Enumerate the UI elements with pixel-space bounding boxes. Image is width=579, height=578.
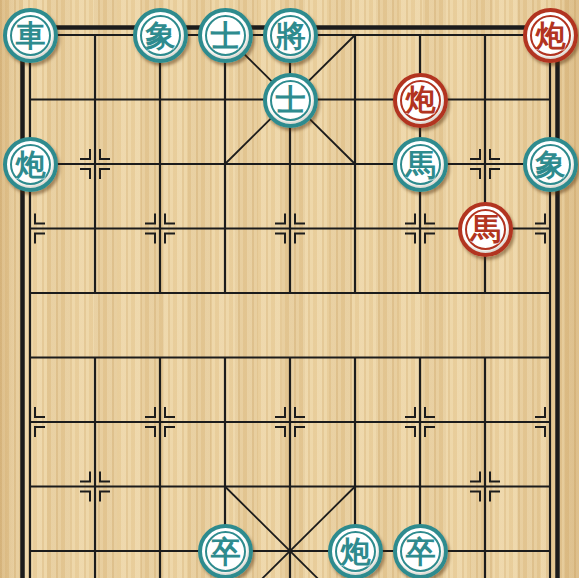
piece-red-horse[interactable]: 馬 <box>458 202 513 257</box>
point-marker <box>490 149 500 159</box>
point-marker <box>100 492 110 502</box>
piece-black-elephant[interactable]: 象 <box>523 137 578 192</box>
point-marker <box>80 492 90 502</box>
point-marker <box>275 214 285 224</box>
piece-black-advisor[interactable]: 士 <box>263 73 318 128</box>
point-marker <box>405 234 415 244</box>
point-marker <box>145 234 155 244</box>
point-marker <box>535 234 545 244</box>
point-marker <box>535 214 545 224</box>
piece-black-horse[interactable]: 馬 <box>393 137 448 192</box>
piece-black-chariot[interactable]: 車 <box>3 8 58 63</box>
piece-glyph: 士 <box>202 12 249 59</box>
piece-black-elephant[interactable]: 象 <box>133 8 188 63</box>
point-marker <box>425 234 435 244</box>
piece-glyph: 卒 <box>397 528 444 575</box>
piece-black-general[interactable]: 將 <box>263 8 318 63</box>
piece-black-cannon[interactable]: 炮 <box>3 137 58 192</box>
point-marker <box>425 214 435 224</box>
point-marker <box>535 427 545 437</box>
point-marker <box>470 149 480 159</box>
point-marker <box>80 472 90 482</box>
point-marker <box>535 407 545 417</box>
piece-red-cannon[interactable]: 炮 <box>523 8 578 63</box>
point-marker <box>490 169 500 179</box>
piece-glyph: 將 <box>267 12 314 59</box>
point-marker <box>165 407 175 417</box>
point-marker <box>100 149 110 159</box>
point-marker <box>470 492 480 502</box>
piece-black-soldier[interactable]: 卒 <box>393 524 448 578</box>
point-marker <box>470 169 480 179</box>
point-marker <box>275 234 285 244</box>
point-marker <box>275 427 285 437</box>
point-marker <box>145 214 155 224</box>
piece-glyph: 馬 <box>462 206 509 253</box>
point-marker <box>295 407 305 417</box>
piece-red-cannon[interactable]: 炮 <box>393 73 448 128</box>
point-marker <box>295 234 305 244</box>
point-marker <box>145 427 155 437</box>
piece-glyph: 馬 <box>397 141 444 188</box>
point-marker <box>425 427 435 437</box>
piece-glyph: 士 <box>267 77 314 124</box>
piece-glyph: 炮 <box>527 12 574 59</box>
point-marker <box>80 169 90 179</box>
piece-glyph: 象 <box>137 12 184 59</box>
point-marker <box>490 492 500 502</box>
point-marker <box>165 214 175 224</box>
point-marker <box>405 214 415 224</box>
xiangqi-board[interactable]: 車象士將炮士炮炮馬象馬卒炮卒 <box>0 0 579 578</box>
point-marker <box>295 427 305 437</box>
point-marker <box>275 407 285 417</box>
piece-black-advisor[interactable]: 士 <box>198 8 253 63</box>
point-marker <box>405 407 415 417</box>
point-marker <box>100 472 110 482</box>
piece-black-soldier[interactable]: 卒 <box>198 524 253 578</box>
point-marker <box>165 427 175 437</box>
piece-glyph: 炮 <box>7 141 54 188</box>
point-marker <box>165 234 175 244</box>
point-marker <box>80 149 90 159</box>
point-marker <box>470 472 480 482</box>
point-marker <box>35 214 45 224</box>
piece-glyph: 炮 <box>332 528 379 575</box>
point-marker <box>425 407 435 417</box>
point-marker <box>490 472 500 482</box>
point-marker <box>295 214 305 224</box>
piece-glyph: 炮 <box>397 77 444 124</box>
piece-glyph: 卒 <box>202 528 249 575</box>
piece-glyph: 車 <box>7 12 54 59</box>
piece-black-cannon[interactable]: 炮 <box>328 524 383 578</box>
piece-glyph: 象 <box>527 141 574 188</box>
point-marker <box>35 234 45 244</box>
point-marker <box>145 407 155 417</box>
point-marker <box>100 169 110 179</box>
point-marker <box>405 427 415 437</box>
point-marker <box>35 427 45 437</box>
point-marker <box>35 407 45 417</box>
